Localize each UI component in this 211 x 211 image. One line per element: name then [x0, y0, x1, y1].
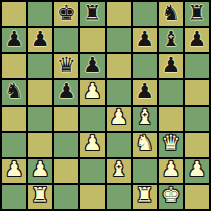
square-c4[interactable]	[54, 107, 78, 131]
square-c3[interactable]	[54, 133, 78, 157]
square-c6[interactable]: ♛	[54, 54, 78, 78]
piece-black-pawn-c5[interactable]: ♟	[57, 81, 76, 102]
square-e2[interactable]: ♝	[107, 159, 131, 183]
square-b3[interactable]	[28, 133, 52, 157]
square-d4[interactable]	[80, 107, 104, 131]
piece-black-pawn-f7[interactable]: ♟	[135, 29, 154, 50]
piece-black-queen-c6[interactable]: ♛	[57, 55, 76, 76]
square-h5[interactable]	[185, 80, 209, 104]
square-d2[interactable]	[80, 159, 104, 183]
square-b7[interactable]: ♟	[28, 28, 52, 52]
piece-white-pawn-h2[interactable]: ♟	[188, 159, 207, 180]
square-a5[interactable]: ♞	[2, 80, 26, 104]
square-b4[interactable]	[28, 107, 52, 131]
square-g5[interactable]	[159, 80, 183, 104]
square-h1[interactable]	[185, 185, 209, 209]
piece-white-pawn-b2[interactable]: ♟	[31, 159, 50, 180]
square-c2[interactable]	[54, 159, 78, 183]
square-c8[interactable]: ♚	[54, 2, 78, 26]
square-a7[interactable]: ♟	[2, 28, 26, 52]
square-b5[interactable]	[28, 80, 52, 104]
square-f6[interactable]	[133, 54, 157, 78]
square-b1[interactable]: ♜	[28, 185, 52, 209]
piece-black-pawn-f5[interactable]: ♟	[135, 81, 154, 102]
piece-black-pawn-h7[interactable]: ♟	[188, 29, 207, 50]
square-g4[interactable]	[159, 107, 183, 131]
piece-black-rook-d8[interactable]: ♜	[83, 3, 102, 24]
piece-black-pawn-d6[interactable]: ♟	[83, 55, 102, 76]
piece-white-knight-f3[interactable]: ♞	[135, 133, 154, 154]
square-a1[interactable]	[2, 185, 26, 209]
piece-white-bishop-e2[interactable]: ♝	[109, 159, 128, 180]
square-f1[interactable]: ♜	[133, 185, 157, 209]
piece-white-rook-b1[interactable]: ♜	[31, 185, 50, 206]
square-g8[interactable]: ♞	[159, 2, 183, 26]
chess-board-window: ♚♜♞♜♟♟♟♝♟♛♟♟♞♟♟♟♟♝♟♞♛♟♟♝♟♟♜♜♚	[0, 0, 211, 211]
piece-white-king-g1[interactable]: ♚	[161, 185, 180, 206]
square-c5[interactable]: ♟	[54, 80, 78, 104]
square-b6[interactable]	[28, 54, 52, 78]
square-h4[interactable]	[185, 107, 209, 131]
piece-white-pawn-e4[interactable]: ♟	[109, 107, 128, 128]
square-f4[interactable]: ♝	[133, 107, 157, 131]
chess-board: ♚♜♞♜♟♟♟♝♟♛♟♟♞♟♟♟♟♝♟♞♛♟♟♝♟♟♜♜♚	[0, 0, 211, 211]
square-d3[interactable]: ♟	[80, 133, 104, 157]
square-a4[interactable]	[2, 107, 26, 131]
square-h3[interactable]	[185, 133, 209, 157]
square-d5[interactable]: ♟	[80, 80, 104, 104]
square-g2[interactable]: ♟	[159, 159, 183, 183]
square-h8[interactable]: ♜	[185, 2, 209, 26]
square-h2[interactable]: ♟	[185, 159, 209, 183]
square-a8[interactable]	[2, 2, 26, 26]
square-f5[interactable]: ♟	[133, 80, 157, 104]
square-d7[interactable]	[80, 28, 104, 52]
piece-black-pawn-a7[interactable]: ♟	[5, 29, 24, 50]
square-e7[interactable]	[107, 28, 131, 52]
square-e6[interactable]	[107, 54, 131, 78]
square-h6[interactable]	[185, 54, 209, 78]
square-d6[interactable]: ♟	[80, 54, 104, 78]
square-e3[interactable]	[107, 133, 131, 157]
piece-black-king-c8[interactable]: ♚	[57, 3, 76, 24]
square-f3[interactable]: ♞	[133, 133, 157, 157]
square-g6[interactable]: ♟	[159, 54, 183, 78]
square-e8[interactable]	[107, 2, 131, 26]
piece-white-pawn-d5[interactable]: ♟	[83, 81, 102, 102]
square-d1[interactable]	[80, 185, 104, 209]
piece-white-pawn-g2[interactable]: ♟	[161, 159, 180, 180]
square-a2[interactable]: ♟	[2, 159, 26, 183]
piece-black-bishop-g7[interactable]: ♝	[161, 29, 180, 50]
piece-white-queen-g3[interactable]: ♛	[161, 133, 180, 154]
piece-white-bishop-f4[interactable]: ♝	[135, 107, 154, 128]
square-g1[interactable]: ♚	[159, 185, 183, 209]
square-h7[interactable]: ♟	[185, 28, 209, 52]
piece-white-rook-f1[interactable]: ♜	[135, 185, 154, 206]
square-f2[interactable]	[133, 159, 157, 183]
piece-black-knight-g8[interactable]: ♞	[161, 3, 180, 24]
piece-white-pawn-a2[interactable]: ♟	[5, 159, 24, 180]
piece-black-rook-h8[interactable]: ♜	[188, 3, 207, 24]
square-c7[interactable]	[54, 28, 78, 52]
square-b8[interactable]	[28, 2, 52, 26]
square-e5[interactable]	[107, 80, 131, 104]
square-c1[interactable]	[54, 185, 78, 209]
square-g7[interactable]: ♝	[159, 28, 183, 52]
square-a6[interactable]	[2, 54, 26, 78]
square-f8[interactable]	[133, 2, 157, 26]
piece-black-pawn-b7[interactable]: ♟	[31, 29, 50, 50]
square-g3[interactable]: ♛	[159, 133, 183, 157]
piece-black-pawn-g6[interactable]: ♟	[161, 55, 180, 76]
square-e1[interactable]	[107, 185, 131, 209]
piece-white-pawn-d3[interactable]: ♟	[83, 133, 102, 154]
square-a3[interactable]	[2, 133, 26, 157]
square-e4[interactable]: ♟	[107, 107, 131, 131]
square-d8[interactable]: ♜	[80, 2, 104, 26]
square-f7[interactable]: ♟	[133, 28, 157, 52]
square-b2[interactable]: ♟	[28, 159, 52, 183]
piece-black-knight-a5[interactable]: ♞	[5, 81, 24, 102]
